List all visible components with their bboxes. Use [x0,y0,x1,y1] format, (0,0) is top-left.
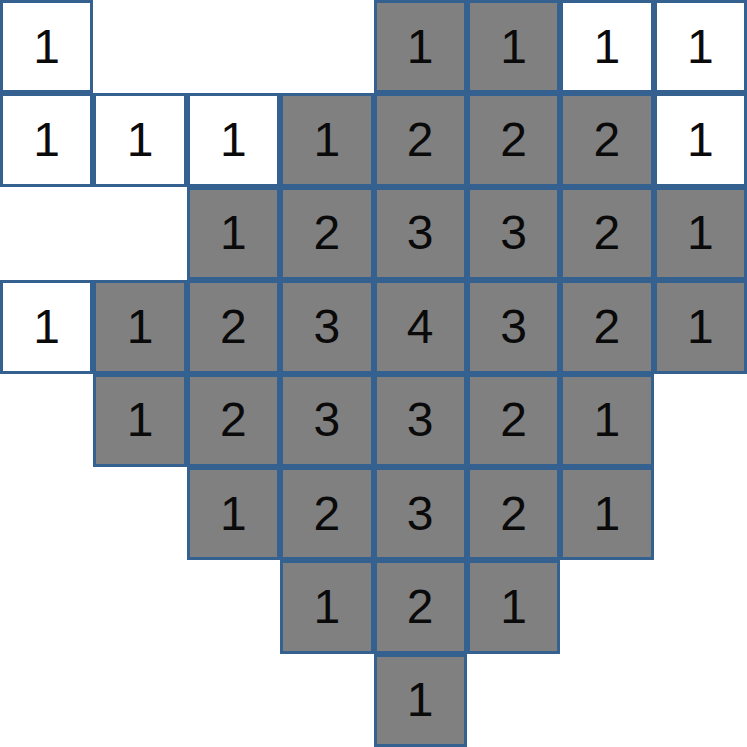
cell-r6-c3: 1 [280,560,373,653]
cell-r5-c2: 1 [187,467,280,560]
cell-r5-c7 [654,467,747,560]
cell-r3-c2: 2 [187,280,280,373]
cell-r4-c0 [0,374,93,467]
cell-r6-c7 [654,560,747,653]
cell-number: 1 [407,676,434,724]
cell-r2-c2: 1 [187,187,280,280]
cell-number: 2 [220,303,247,351]
cell-r6-c6 [560,560,653,653]
cell-number: 1 [594,490,621,538]
cell-r1-c5: 2 [467,93,560,186]
cell-r3-c0: 1 [0,280,93,373]
cell-r3-c5: 3 [467,280,560,373]
cell-number: 1 [127,303,154,351]
cell-r0-c5: 1 [467,0,560,93]
cell-number: 1 [313,583,340,631]
cell-number: 2 [500,396,527,444]
cell-number: 1 [687,303,714,351]
cell-r6-c0 [0,560,93,653]
cell-r2-c6: 2 [560,187,653,280]
cell-r3-c7: 1 [654,280,747,373]
cell-number: 2 [220,396,247,444]
cell-r4-c1: 1 [93,374,186,467]
cell-r4-c6: 1 [560,374,653,467]
cell-r4-c2: 2 [187,374,280,467]
puzzle-board: 1111111112221123321112343211233211232112… [0,0,747,747]
cell-number: 2 [407,116,434,164]
cell-r6-c1 [93,560,186,653]
cell-r4-c3: 3 [280,374,373,467]
cell-r1-c7: 1 [654,93,747,186]
cell-number: 1 [220,209,247,257]
cell-r1-c6: 2 [560,93,653,186]
cell-r7-c5 [467,654,560,747]
cell-number: 2 [500,490,527,538]
cell-r7-c7 [654,654,747,747]
cell-number: 3 [500,209,527,257]
cell-r6-c4: 2 [374,560,467,653]
cell-number: 1 [407,23,434,71]
cell-r2-c1 [93,187,186,280]
cell-r7-c3 [280,654,373,747]
cell-r1-c1: 1 [93,93,186,186]
cell-number: 1 [687,23,714,71]
cell-number: 3 [313,303,340,351]
cell-r2-c4: 3 [374,187,467,280]
cell-r7-c0 [0,654,93,747]
cell-r0-c0: 1 [0,0,93,93]
cell-r5-c1 [93,467,186,560]
cell-r6-c5: 1 [467,560,560,653]
cell-r5-c3: 2 [280,467,373,560]
cell-r0-c2 [187,0,280,93]
cell-r7-c1 [93,654,186,747]
cell-r3-c1: 1 [93,280,186,373]
cell-r1-c3: 1 [280,93,373,186]
cell-number: 1 [594,23,621,71]
cell-r7-c2 [187,654,280,747]
cell-number: 2 [313,209,340,257]
cell-number: 1 [500,23,527,71]
cell-number: 1 [127,116,154,164]
cell-number: 1 [127,396,154,444]
cell-number: 2 [594,116,621,164]
cell-number: 3 [500,303,527,351]
cell-r6-c2 [187,560,280,653]
cell-r4-c5: 2 [467,374,560,467]
cell-number: 3 [407,490,434,538]
cell-r5-c0 [0,467,93,560]
cell-r0-c3 [280,0,373,93]
cell-r0-c4: 1 [374,0,467,93]
cell-number: 3 [407,396,434,444]
cell-number: 3 [407,209,434,257]
cell-r7-c4: 1 [374,654,467,747]
cell-r7-c6 [560,654,653,747]
cell-r2-c0 [0,187,93,280]
cell-number: 4 [407,303,434,351]
cell-number: 2 [594,303,621,351]
cell-number: 1 [220,116,247,164]
cell-number: 3 [313,396,340,444]
cell-number: 2 [313,490,340,538]
cell-number: 1 [33,303,60,351]
cell-number: 1 [500,583,527,631]
cell-r0-c1 [93,0,186,93]
cell-r3-c4: 4 [374,280,467,373]
cell-r3-c3: 3 [280,280,373,373]
cell-number: 1 [33,116,60,164]
cell-r4-c4: 3 [374,374,467,467]
cell-r2-c7: 1 [654,187,747,280]
cell-number: 1 [33,23,60,71]
cell-number: 2 [594,209,621,257]
cell-r1-c4: 2 [374,93,467,186]
cell-number: 1 [313,116,340,164]
cell-number: 1 [220,490,247,538]
cell-r0-c7: 1 [654,0,747,93]
cell-number: 2 [407,583,434,631]
cell-r0-c6: 1 [560,0,653,93]
cell-number: 1 [594,396,621,444]
cell-r1-c2: 1 [187,93,280,186]
cell-r2-c5: 3 [467,187,560,280]
cell-r5-c6: 1 [560,467,653,560]
cell-r4-c7 [654,374,747,467]
cell-r2-c3: 2 [280,187,373,280]
cell-r3-c6: 2 [560,280,653,373]
cell-number: 1 [687,116,714,164]
cell-number: 1 [687,209,714,257]
cell-number: 2 [500,116,527,164]
cell-r5-c5: 2 [467,467,560,560]
cell-r5-c4: 3 [374,467,467,560]
cell-r1-c0: 1 [0,93,93,186]
